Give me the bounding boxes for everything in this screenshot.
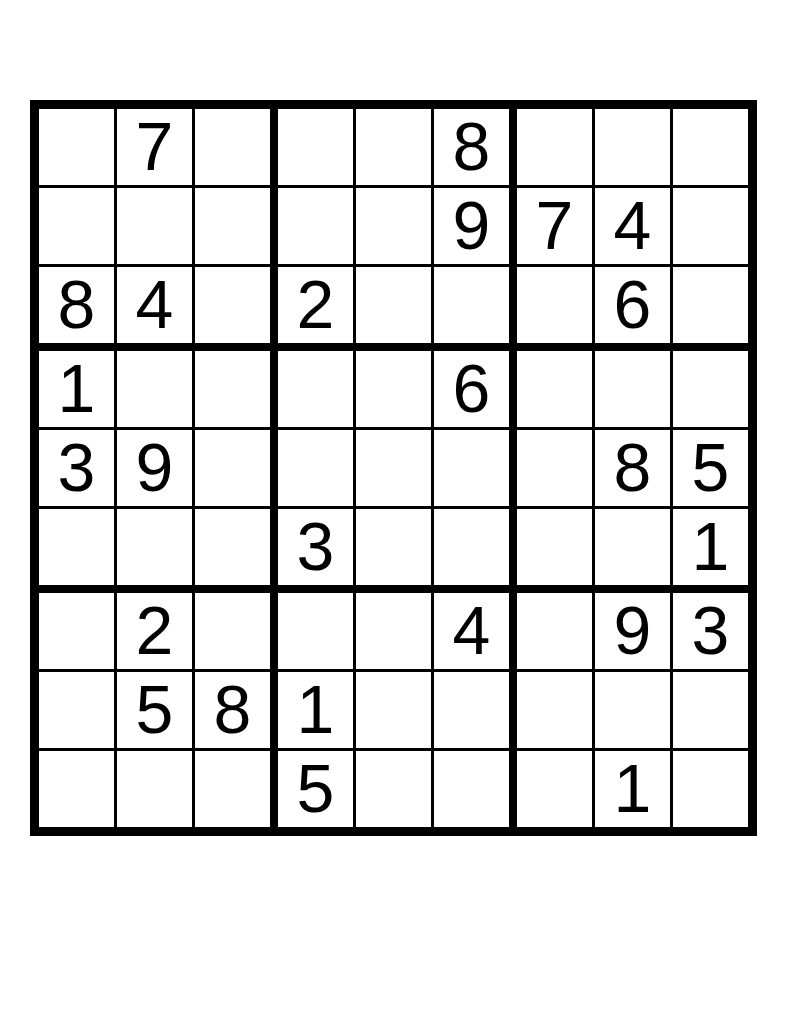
- given-digit: 4: [453, 596, 491, 664]
- sudoku-cell-r7c4[interactable]: [278, 593, 356, 672]
- sudoku-cell-r9c4[interactable]: 5: [278, 751, 356, 827]
- given-digit: 2: [297, 270, 335, 338]
- sudoku-cell-r6c6[interactable]: [434, 509, 517, 593]
- sudoku-cell-r2c5[interactable]: [356, 188, 434, 267]
- sudoku-cell-r5c6[interactable]: [434, 430, 517, 509]
- sudoku-cell-r2c1[interactable]: [39, 188, 117, 267]
- given-digit: 9: [453, 191, 491, 259]
- given-digit: 9: [614, 596, 652, 664]
- sudoku-cell-r8c6[interactable]: [434, 672, 517, 751]
- sudoku-board: 78974842616398531249358151: [30, 100, 757, 836]
- sudoku-cell-r6c9[interactable]: 1: [673, 509, 748, 593]
- sudoku-cell-r3c5[interactable]: [356, 267, 434, 351]
- sudoku-cell-r6c3[interactable]: [195, 509, 278, 593]
- sudoku-cell-r2c7[interactable]: 7: [517, 188, 595, 267]
- given-digit: 8: [214, 675, 252, 743]
- sudoku-cell-r7c3[interactable]: [195, 593, 278, 672]
- sudoku-cell-r8c7[interactable]: [517, 672, 595, 751]
- given-digit: 5: [297, 754, 335, 822]
- sudoku-cell-r3c2[interactable]: 4: [117, 267, 195, 351]
- sudoku-cell-r9c2[interactable]: [117, 751, 195, 827]
- sudoku-cell-r1c5[interactable]: [356, 109, 434, 188]
- sudoku-cell-r6c1[interactable]: [39, 509, 117, 593]
- sudoku-cell-r6c8[interactable]: [595, 509, 673, 593]
- sudoku-cell-r2c2[interactable]: [117, 188, 195, 267]
- given-digit: 4: [614, 191, 652, 259]
- sudoku-cell-r1c6[interactable]: 8: [434, 109, 517, 188]
- sudoku-cell-r8c1[interactable]: [39, 672, 117, 751]
- sudoku-cell-r7c8[interactable]: 9: [595, 593, 673, 672]
- sudoku-cell-r2c4[interactable]: [278, 188, 356, 267]
- sudoku-cell-r9c5[interactable]: [356, 751, 434, 827]
- sudoku-cell-r4c5[interactable]: [356, 351, 434, 430]
- sudoku-cell-r2c8[interactable]: 4: [595, 188, 673, 267]
- sudoku-cell-r5c3[interactable]: [195, 430, 278, 509]
- sudoku-cell-r7c7[interactable]: [517, 593, 595, 672]
- sudoku-cell-r7c6[interactable]: 4: [434, 593, 517, 672]
- sudoku-cell-r1c8[interactable]: [595, 109, 673, 188]
- given-digit: 2: [136, 596, 174, 664]
- sudoku-cell-r2c9[interactable]: [673, 188, 748, 267]
- sudoku-cell-r4c9[interactable]: [673, 351, 748, 430]
- sudoku-cell-r3c4[interactable]: 2: [278, 267, 356, 351]
- sudoku-cell-r1c7[interactable]: [517, 109, 595, 188]
- sudoku-cell-r1c3[interactable]: [195, 109, 278, 188]
- sudoku-cell-r6c5[interactable]: [356, 509, 434, 593]
- sudoku-cell-r5c9[interactable]: 5: [673, 430, 748, 509]
- sudoku-cell-r1c9[interactable]: [673, 109, 748, 188]
- sudoku-cell-r9c6[interactable]: [434, 751, 517, 827]
- sudoku-cell-r9c7[interactable]: [517, 751, 595, 827]
- sudoku-cell-r3c3[interactable]: [195, 267, 278, 351]
- given-digit: 9: [136, 433, 174, 501]
- sudoku-cell-r9c1[interactable]: [39, 751, 117, 827]
- sudoku-cell-r9c8[interactable]: 1: [595, 751, 673, 827]
- sudoku-cell-r8c9[interactable]: [673, 672, 748, 751]
- sudoku-cell-r4c2[interactable]: [117, 351, 195, 430]
- given-digit: 7: [536, 191, 574, 259]
- sudoku-cell-r8c8[interactable]: [595, 672, 673, 751]
- given-digit: 1: [297, 675, 335, 743]
- given-digit: 3: [297, 512, 335, 580]
- sudoku-cell-r6c4[interactable]: 3: [278, 509, 356, 593]
- sudoku-cell-r7c1[interactable]: [39, 593, 117, 672]
- sudoku-cell-r3c1[interactable]: 8: [39, 267, 117, 351]
- given-digit: 3: [58, 433, 96, 501]
- given-digit: 3: [692, 596, 730, 664]
- given-digit: 1: [58, 354, 96, 422]
- given-digit: 7: [136, 112, 174, 180]
- sudoku-cell-r7c2[interactable]: 2: [117, 593, 195, 672]
- given-digit: 8: [453, 112, 491, 180]
- page: 78974842616398531249358151: [0, 0, 792, 1024]
- sudoku-cell-r3c6[interactable]: [434, 267, 517, 351]
- sudoku-cell-r6c7[interactable]: [517, 509, 595, 593]
- sudoku-cell-r4c7[interactable]: [517, 351, 595, 430]
- sudoku-cell-r4c4[interactable]: [278, 351, 356, 430]
- sudoku-cell-r3c9[interactable]: [673, 267, 748, 351]
- sudoku-cell-r5c4[interactable]: [278, 430, 356, 509]
- sudoku-cell-r8c5[interactable]: [356, 672, 434, 751]
- given-digit: 6: [453, 354, 491, 422]
- sudoku-cell-r5c2[interactable]: 9: [117, 430, 195, 509]
- given-digit: 1: [614, 754, 652, 822]
- sudoku-cell-r8c3[interactable]: 8: [195, 672, 278, 751]
- given-digit: 6: [614, 270, 652, 338]
- sudoku-cell-r1c1[interactable]: [39, 109, 117, 188]
- sudoku-cell-r8c4[interactable]: 1: [278, 672, 356, 751]
- sudoku-cell-r5c7[interactable]: [517, 430, 595, 509]
- sudoku-cell-r4c1[interactable]: 1: [39, 351, 117, 430]
- given-digit: 8: [58, 270, 96, 338]
- sudoku-cell-r4c6[interactable]: 6: [434, 351, 517, 430]
- sudoku-cell-r7c9[interactable]: 3: [673, 593, 748, 672]
- sudoku-cell-r6c2[interactable]: [117, 509, 195, 593]
- sudoku-cell-r4c8[interactable]: [595, 351, 673, 430]
- sudoku-cell-r3c7[interactable]: [517, 267, 595, 351]
- sudoku-cell-r8c2[interactable]: 5: [117, 672, 195, 751]
- sudoku-cell-r5c5[interactable]: [356, 430, 434, 509]
- sudoku-cell-r9c9[interactable]: [673, 751, 748, 827]
- given-digit: 5: [136, 675, 174, 743]
- sudoku-cell-r1c2[interactable]: 7: [117, 109, 195, 188]
- sudoku-cell-r2c3[interactable]: [195, 188, 278, 267]
- given-digit: 4: [136, 270, 174, 338]
- sudoku-cell-r2c6[interactable]: 9: [434, 188, 517, 267]
- sudoku-cell-r4c3[interactable]: [195, 351, 278, 430]
- sudoku-cell-r3c8[interactable]: 6: [595, 267, 673, 351]
- given-digit: 5: [692, 433, 730, 501]
- sudoku-cell-r5c1[interactable]: 3: [39, 430, 117, 509]
- sudoku-cell-r9c3[interactable]: [195, 751, 278, 827]
- sudoku-cell-r5c8[interactable]: 8: [595, 430, 673, 509]
- sudoku-cell-r1c4[interactable]: [278, 109, 356, 188]
- sudoku-cell-r7c5[interactable]: [356, 593, 434, 672]
- given-digit: 8: [614, 433, 652, 501]
- given-digit: 1: [692, 512, 730, 580]
